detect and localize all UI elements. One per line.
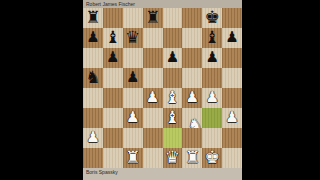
square-h6[interactable] bbox=[222, 48, 242, 68]
square-e6[interactable]: ♟ bbox=[163, 48, 183, 68]
square-d5[interactable] bbox=[143, 68, 163, 88]
black-bishop[interactable]: ♝ bbox=[205, 29, 220, 46]
square-a2[interactable]: ♟ bbox=[83, 128, 103, 148]
square-e2[interactable] bbox=[163, 128, 183, 148]
square-f5[interactable] bbox=[182, 68, 202, 88]
square-b6[interactable]: ♟ bbox=[103, 48, 123, 68]
black-pawn[interactable]: ♟ bbox=[126, 70, 139, 85]
black-pawn[interactable]: ♟ bbox=[205, 50, 218, 65]
square-f3[interactable]: ♞ bbox=[182, 108, 202, 128]
square-d4[interactable]: ♟ bbox=[143, 88, 163, 108]
square-d8[interactable]: ♜ bbox=[143, 8, 163, 28]
white-queen[interactable]: ♛ bbox=[165, 149, 180, 166]
square-c6[interactable] bbox=[123, 48, 143, 68]
square-c3[interactable]: ♟ bbox=[123, 108, 143, 128]
square-b3[interactable] bbox=[103, 108, 123, 128]
white-pawn[interactable]: ♟ bbox=[205, 90, 218, 105]
square-g4[interactable]: ♟ bbox=[202, 88, 222, 108]
square-a6[interactable] bbox=[83, 48, 103, 68]
square-e3[interactable]: ♝ bbox=[163, 108, 183, 128]
white-bishop[interactable]: ♝ bbox=[165, 109, 180, 126]
white-pawn[interactable]: ♟ bbox=[225, 110, 238, 125]
square-g6[interactable]: ♟ bbox=[202, 48, 222, 68]
square-g1[interactable]: ♚ bbox=[202, 148, 222, 168]
black-pawn[interactable]: ♟ bbox=[166, 50, 179, 65]
white-pawn[interactable]: ♟ bbox=[86, 130, 99, 145]
black-king[interactable]: ♚ bbox=[205, 9, 220, 26]
square-b7[interactable]: ♝ bbox=[103, 28, 123, 48]
square-d6[interactable] bbox=[143, 48, 163, 68]
square-h2[interactable] bbox=[222, 128, 242, 148]
square-a1[interactable] bbox=[83, 148, 103, 168]
square-c7[interactable]: ♛ bbox=[123, 28, 143, 48]
white-king[interactable]: ♚ bbox=[205, 149, 220, 166]
square-c2[interactable] bbox=[123, 128, 143, 148]
square-g2[interactable] bbox=[202, 128, 222, 148]
square-g7[interactable]: ♝ bbox=[202, 28, 222, 48]
square-g3[interactable] bbox=[202, 108, 222, 128]
square-h4[interactable] bbox=[222, 88, 242, 108]
square-c4[interactable] bbox=[123, 88, 143, 108]
square-h7[interactable]: ♟ bbox=[222, 28, 242, 48]
black-rook[interactable]: ♜ bbox=[85, 9, 100, 26]
square-h3[interactable]: ♟ bbox=[222, 108, 242, 128]
black-queen[interactable]: ♛ bbox=[125, 29, 140, 46]
square-b5[interactable] bbox=[103, 68, 123, 88]
white-pawn[interactable]: ♟ bbox=[186, 90, 199, 105]
white-pawn[interactable]: ♟ bbox=[146, 90, 159, 105]
square-e7[interactable] bbox=[163, 28, 183, 48]
square-b4[interactable] bbox=[103, 88, 123, 108]
black-bishop[interactable]: ♝ bbox=[105, 29, 120, 46]
bottom-player-name: Boris Spassky bbox=[86, 169, 118, 175]
square-d3[interactable] bbox=[143, 108, 163, 128]
square-d1[interactable] bbox=[143, 148, 163, 168]
black-knight[interactable]: ♞ bbox=[85, 69, 100, 86]
square-f8[interactable] bbox=[182, 8, 202, 28]
square-h1[interactable] bbox=[222, 148, 242, 168]
square-d7[interactable] bbox=[143, 28, 163, 48]
black-pawn[interactable]: ♟ bbox=[86, 30, 99, 45]
square-c5[interactable]: ♟ bbox=[123, 68, 143, 88]
app-window: Robert James Fischer ♜♜♚♟♝♛♝♟♟♟♟♞♟♟♝♟♟♟♝… bbox=[0, 0, 320, 180]
square-a5[interactable]: ♞ bbox=[83, 68, 103, 88]
square-b8[interactable] bbox=[103, 8, 123, 28]
square-b2[interactable] bbox=[103, 128, 123, 148]
square-h5[interactable] bbox=[222, 68, 242, 88]
white-rook[interactable]: ♜ bbox=[125, 149, 140, 166]
square-f2[interactable] bbox=[182, 128, 202, 148]
chess-board[interactable]: ♜♜♚♟♝♛♝♟♟♟♟♞♟♟♝♟♟♟♝♞♟♟♜♛♜♚ bbox=[83, 8, 242, 168]
top-player-name: Robert James Fischer bbox=[86, 1, 135, 7]
square-h8[interactable] bbox=[222, 8, 242, 28]
square-f6[interactable] bbox=[182, 48, 202, 68]
square-f1[interactable]: ♜ bbox=[182, 148, 202, 168]
square-g5[interactable] bbox=[202, 68, 222, 88]
square-f4[interactable]: ♟ bbox=[182, 88, 202, 108]
square-a8[interactable]: ♜ bbox=[83, 8, 103, 28]
square-g8[interactable]: ♚ bbox=[202, 8, 222, 28]
square-e1[interactable]: ♛ bbox=[163, 148, 183, 168]
bottom-player-bar: Boris Spassky bbox=[83, 168, 242, 180]
square-e5[interactable] bbox=[163, 68, 183, 88]
square-a7[interactable]: ♟ bbox=[83, 28, 103, 48]
black-pawn[interactable]: ♟ bbox=[106, 50, 119, 65]
black-rook[interactable]: ♜ bbox=[145, 9, 160, 26]
black-pawn[interactable]: ♟ bbox=[225, 30, 238, 45]
square-c1[interactable]: ♜ bbox=[123, 148, 143, 168]
white-rook[interactable]: ♜ bbox=[185, 149, 200, 166]
square-c8[interactable] bbox=[123, 8, 143, 28]
square-f7[interactable] bbox=[182, 28, 202, 48]
square-b1[interactable] bbox=[103, 148, 123, 168]
square-d2[interactable] bbox=[143, 128, 163, 148]
square-a4[interactable] bbox=[83, 88, 103, 108]
white-bishop[interactable]: ♝ bbox=[165, 89, 180, 106]
white-pawn[interactable]: ♟ bbox=[126, 110, 139, 125]
square-a3[interactable] bbox=[83, 108, 103, 128]
square-e8[interactable] bbox=[163, 8, 183, 28]
square-e4[interactable]: ♝ bbox=[163, 88, 183, 108]
